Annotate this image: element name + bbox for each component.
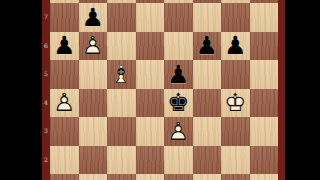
square-g3[interactable] xyxy=(221,117,250,146)
square-h7[interactable] xyxy=(250,3,279,32)
square-h5[interactable] xyxy=(250,60,279,89)
square-c3[interactable] xyxy=(107,117,136,146)
square-f4[interactable] xyxy=(193,89,222,118)
square-d1[interactable] xyxy=(136,174,165,180)
square-e4[interactable] xyxy=(164,89,193,118)
rank-label-5: 5 xyxy=(42,60,50,89)
square-a3[interactable] xyxy=(50,117,79,146)
rank-label-2: 2 xyxy=(42,146,50,175)
square-f6[interactable] xyxy=(193,32,222,61)
square-c4[interactable] xyxy=(107,89,136,118)
square-b3[interactable] xyxy=(79,117,108,146)
square-f7[interactable] xyxy=(193,3,222,32)
square-f1[interactable] xyxy=(193,174,222,180)
square-a1[interactable] xyxy=(50,174,79,180)
square-d3[interactable] xyxy=(136,117,165,146)
square-d4[interactable] xyxy=(136,89,165,118)
rank-label-3: 3 xyxy=(42,117,50,146)
square-f3[interactable] xyxy=(193,117,222,146)
square-c1[interactable] xyxy=(107,174,136,180)
square-h6[interactable] xyxy=(250,32,279,61)
square-e2[interactable] xyxy=(164,146,193,175)
square-d2[interactable] xyxy=(136,146,165,175)
square-a4[interactable] xyxy=(50,89,79,118)
square-c2[interactable] xyxy=(107,146,136,175)
square-c7[interactable] xyxy=(107,3,136,32)
rank-label-6: 6 xyxy=(42,32,50,61)
square-e6[interactable] xyxy=(164,32,193,61)
square-c6[interactable] xyxy=(107,32,136,61)
square-g6[interactable] xyxy=(221,32,250,61)
square-b2[interactable] xyxy=(79,146,108,175)
square-d7[interactable] xyxy=(136,3,165,32)
square-h3[interactable] xyxy=(250,117,279,146)
square-e1[interactable] xyxy=(164,174,193,180)
chess-board xyxy=(50,0,278,180)
square-b5[interactable] xyxy=(79,60,108,89)
square-e5[interactable] xyxy=(164,60,193,89)
square-e7[interactable] xyxy=(164,3,193,32)
square-h4[interactable] xyxy=(250,89,279,118)
square-g1[interactable] xyxy=(221,174,250,180)
square-f2[interactable] xyxy=(193,146,222,175)
rank-label-1: 1 xyxy=(42,174,50,180)
square-h2[interactable] xyxy=(250,146,279,175)
square-g5[interactable] xyxy=(221,60,250,89)
screenshot-root: 87654321 ♟♟♟♙♟♟♝♗♟♟♙♚♚♔♟♙ xyxy=(0,0,320,180)
square-d5[interactable] xyxy=(136,60,165,89)
square-g7[interactable] xyxy=(221,3,250,32)
rank-label-7: 7 xyxy=(42,3,50,32)
square-c5[interactable] xyxy=(107,60,136,89)
square-b7[interactable] xyxy=(79,3,108,32)
rank-labels: 87654321 xyxy=(42,0,50,180)
square-a2[interactable] xyxy=(50,146,79,175)
square-h1[interactable] xyxy=(250,174,279,180)
board-frame: 87654321 ♟♟♟♙♟♟♝♗♟♟♙♚♚♔♟♙ xyxy=(42,0,285,180)
square-a6[interactable] xyxy=(50,32,79,61)
square-d6[interactable] xyxy=(136,32,165,61)
square-b4[interactable] xyxy=(79,89,108,118)
square-b1[interactable] xyxy=(79,174,108,180)
square-g2[interactable] xyxy=(221,146,250,175)
square-g4[interactable] xyxy=(221,89,250,118)
square-e3[interactable] xyxy=(164,117,193,146)
square-f5[interactable] xyxy=(193,60,222,89)
square-a7[interactable] xyxy=(50,3,79,32)
square-a5[interactable] xyxy=(50,60,79,89)
rank-label-4: 4 xyxy=(42,89,50,118)
square-b6[interactable] xyxy=(79,32,108,61)
